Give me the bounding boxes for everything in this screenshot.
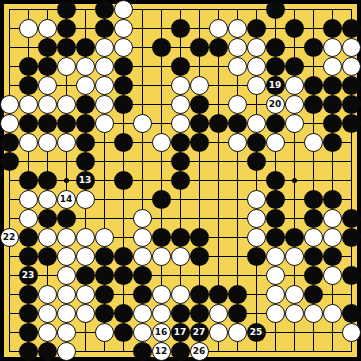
stone[interactable] (57, 114, 76, 133)
stone[interactable] (266, 304, 285, 323)
stone[interactable] (266, 209, 285, 228)
stone[interactable] (114, 0, 133, 19)
stone[interactable] (304, 266, 323, 285)
stone[interactable] (19, 342, 38, 361)
stone[interactable] (342, 76, 361, 95)
stone[interactable] (114, 76, 133, 95)
stone[interactable] (247, 114, 266, 133)
stone[interactable] (19, 57, 38, 76)
star-point (292, 178, 297, 183)
stone[interactable] (57, 285, 76, 304)
stone[interactable] (114, 171, 133, 190)
stone[interactable] (19, 95, 38, 114)
stone[interactable] (266, 38, 285, 57)
stone[interactable] (114, 95, 133, 114)
stone[interactable] (285, 114, 304, 133)
stone[interactable] (95, 304, 114, 323)
stone[interactable] (38, 171, 57, 190)
stone[interactable] (0, 133, 19, 152)
stone[interactable] (133, 323, 152, 342)
stone[interactable] (304, 76, 323, 95)
stone[interactable] (76, 152, 95, 171)
stone[interactable] (228, 133, 247, 152)
stone[interactable] (171, 57, 190, 76)
stone[interactable] (190, 38, 209, 57)
stone[interactable] (114, 38, 133, 57)
stone[interactable] (152, 304, 171, 323)
stone[interactable] (285, 247, 304, 266)
stone[interactable] (152, 285, 171, 304)
stone[interactable] (247, 247, 266, 266)
stone[interactable] (190, 285, 209, 304)
stone[interactable] (57, 38, 76, 57)
stone[interactable] (76, 228, 95, 247)
stone[interactable] (285, 76, 304, 95)
stone[interactable] (323, 209, 342, 228)
stone[interactable] (323, 247, 342, 266)
stone[interactable] (171, 133, 190, 152)
stone[interactable] (323, 38, 342, 57)
stone[interactable] (95, 247, 114, 266)
stone[interactable] (114, 57, 133, 76)
stone[interactable] (342, 209, 361, 228)
stone[interactable] (152, 190, 171, 209)
stone[interactable] (76, 95, 95, 114)
stone[interactable] (228, 57, 247, 76)
numbered-stone-20[interactable]: 20 (266, 95, 285, 114)
stone[interactable] (76, 114, 95, 133)
stone[interactable] (19, 114, 38, 133)
stone[interactable] (114, 304, 133, 323)
stone[interactable] (133, 209, 152, 228)
stone[interactable] (38, 38, 57, 57)
stone[interactable] (266, 133, 285, 152)
stone[interactable] (152, 228, 171, 247)
stone[interactable] (57, 133, 76, 152)
numbered-stone-17[interactable]: 17 (171, 323, 190, 342)
stone[interactable] (266, 247, 285, 266)
stone[interactable] (152, 247, 171, 266)
stone[interactable] (38, 95, 57, 114)
stone[interactable] (95, 323, 114, 342)
stone[interactable] (19, 76, 38, 95)
stone[interactable] (114, 266, 133, 285)
stone[interactable] (19, 133, 38, 152)
stone[interactable] (323, 133, 342, 152)
stone[interactable] (95, 95, 114, 114)
stone[interactable] (247, 19, 266, 38)
stone[interactable] (285, 57, 304, 76)
stone[interactable] (342, 95, 361, 114)
stone[interactable] (304, 209, 323, 228)
stone[interactable] (342, 323, 361, 342)
stone[interactable] (304, 190, 323, 209)
stone[interactable] (171, 247, 190, 266)
stone[interactable] (76, 285, 95, 304)
stone[interactable] (323, 266, 342, 285)
stone[interactable] (190, 76, 209, 95)
stone[interactable] (190, 247, 209, 266)
stone[interactable] (209, 285, 228, 304)
numbered-stone-12[interactable]: 12 (152, 342, 171, 361)
stone[interactable] (228, 114, 247, 133)
stone[interactable] (95, 228, 114, 247)
stone[interactable] (133, 247, 152, 266)
stone[interactable] (285, 19, 304, 38)
stone[interactable] (114, 133, 133, 152)
stone[interactable] (304, 38, 323, 57)
stone[interactable] (38, 190, 57, 209)
stone[interactable] (19, 171, 38, 190)
stone[interactable] (247, 133, 266, 152)
numbered-stone-23[interactable]: 23 (19, 266, 38, 285)
stone[interactable] (209, 304, 228, 323)
stone[interactable] (57, 342, 76, 361)
stone[interactable] (57, 228, 76, 247)
stone[interactable] (76, 247, 95, 266)
stone[interactable] (266, 57, 285, 76)
stone[interactable] (57, 19, 76, 38)
stone[interactable] (133, 266, 152, 285)
stone[interactable] (285, 304, 304, 323)
stone[interactable] (0, 152, 19, 171)
stone[interactable] (228, 285, 247, 304)
stone[interactable] (76, 304, 95, 323)
stone[interactable] (323, 76, 342, 95)
stone[interactable] (19, 304, 38, 323)
stone[interactable] (171, 228, 190, 247)
stone[interactable] (304, 133, 323, 152)
stone[interactable] (323, 114, 342, 133)
stone[interactable] (114, 247, 133, 266)
stone[interactable] (76, 38, 95, 57)
stone[interactable] (285, 228, 304, 247)
numbered-stone-22[interactable]: 22 (0, 228, 19, 247)
stone[interactable] (57, 323, 76, 342)
stone[interactable] (152, 38, 171, 57)
stone[interactable] (19, 285, 38, 304)
stone[interactable] (133, 342, 152, 361)
stone[interactable] (38, 57, 57, 76)
stone[interactable] (57, 247, 76, 266)
stone[interactable] (342, 114, 361, 133)
stone[interactable] (0, 95, 19, 114)
stone[interactable] (323, 95, 342, 114)
stone[interactable] (266, 0, 285, 19)
stone[interactable] (95, 0, 114, 19)
stone[interactable] (304, 95, 323, 114)
stone[interactable] (171, 171, 190, 190)
stone[interactable] (247, 190, 266, 209)
stone[interactable] (95, 38, 114, 57)
stone[interactable] (76, 133, 95, 152)
stone[interactable] (171, 19, 190, 38)
stone[interactable] (266, 228, 285, 247)
stone[interactable] (133, 285, 152, 304)
stone[interactable] (171, 285, 190, 304)
numbered-stone-25[interactable]: 25 (247, 323, 266, 342)
stone[interactable] (247, 152, 266, 171)
numbered-stone-19[interactable]: 19 (266, 76, 285, 95)
stone[interactable] (114, 19, 133, 38)
stone[interactable] (76, 57, 95, 76)
stone[interactable] (342, 266, 361, 285)
stone[interactable] (171, 76, 190, 95)
stone[interactable] (209, 323, 228, 342)
stone[interactable] (133, 228, 152, 247)
stone[interactable] (342, 38, 361, 57)
stone[interactable] (190, 133, 209, 152)
stone[interactable] (247, 228, 266, 247)
stone[interactable] (266, 114, 285, 133)
numbered-stone-14[interactable]: 14 (57, 190, 76, 209)
stone[interactable] (228, 19, 247, 38)
stone[interactable] (133, 304, 152, 323)
stone[interactable] (342, 228, 361, 247)
numbered-stone-13[interactable]: 13 (76, 171, 95, 190)
stone[interactable] (266, 190, 285, 209)
stone[interactable] (323, 57, 342, 76)
stone[interactable] (19, 209, 38, 228)
stone[interactable] (228, 304, 247, 323)
stone[interactable] (57, 209, 76, 228)
stone[interactable] (323, 19, 342, 38)
stone[interactable] (171, 114, 190, 133)
stone[interactable] (38, 133, 57, 152)
stone[interactable] (38, 76, 57, 95)
stone[interactable] (209, 114, 228, 133)
stone[interactable] (57, 95, 76, 114)
stone[interactable] (342, 304, 361, 323)
stone[interactable] (76, 76, 95, 95)
stone[interactable] (76, 190, 95, 209)
stone[interactable] (190, 95, 209, 114)
stone[interactable] (304, 285, 323, 304)
stone[interactable] (171, 152, 190, 171)
stone[interactable] (247, 57, 266, 76)
stone[interactable] (171, 342, 190, 361)
stone[interactable] (19, 323, 38, 342)
stone[interactable] (38, 228, 57, 247)
stone[interactable] (95, 19, 114, 38)
stone[interactable] (209, 19, 228, 38)
stone[interactable] (57, 304, 76, 323)
stone[interactable] (95, 76, 114, 95)
numbered-stone-26[interactable]: 26 (190, 342, 209, 361)
stone[interactable] (57, 0, 76, 19)
numbered-stone-16[interactable]: 16 (152, 323, 171, 342)
star-point (64, 178, 69, 183)
stone[interactable] (95, 266, 114, 285)
stone[interactable] (38, 19, 57, 38)
stone[interactable] (304, 304, 323, 323)
stone[interactable] (38, 247, 57, 266)
stone[interactable] (171, 95, 190, 114)
stone[interactable] (57, 57, 76, 76)
stone[interactable] (38, 285, 57, 304)
stone[interactable] (95, 114, 114, 133)
stone[interactable] (38, 209, 57, 228)
stone[interactable] (114, 323, 133, 342)
stone[interactable] (38, 304, 57, 323)
stone[interactable] (323, 228, 342, 247)
stone[interactable] (38, 342, 57, 361)
stone[interactable] (95, 57, 114, 76)
stone[interactable] (247, 209, 266, 228)
stone[interactable] (304, 228, 323, 247)
stone[interactable] (209, 38, 228, 57)
stone[interactable] (76, 266, 95, 285)
stone[interactable] (171, 304, 190, 323)
stone[interactable] (266, 171, 285, 190)
stone[interactable] (285, 285, 304, 304)
stone[interactable] (38, 114, 57, 133)
stone[interactable] (342, 57, 361, 76)
stone[interactable] (247, 76, 266, 95)
stone[interactable] (19, 190, 38, 209)
stone[interactable] (190, 228, 209, 247)
stone[interactable] (228, 95, 247, 114)
stone[interactable] (323, 304, 342, 323)
stone[interactable] (152, 133, 171, 152)
stone[interactable] (266, 285, 285, 304)
stone[interactable] (57, 266, 76, 285)
stone[interactable] (285, 95, 304, 114)
numbered-stone-27[interactable]: 27 (190, 323, 209, 342)
stone[interactable] (247, 38, 266, 57)
stone[interactable] (19, 247, 38, 266)
stone[interactable] (304, 247, 323, 266)
stone[interactable] (228, 38, 247, 57)
stone[interactable] (38, 323, 57, 342)
stone[interactable] (0, 114, 19, 133)
stone[interactable] (323, 190, 342, 209)
stone[interactable] (95, 285, 114, 304)
stone[interactable] (19, 19, 38, 38)
stone[interactable] (266, 266, 285, 285)
stone[interactable] (190, 304, 209, 323)
stone[interactable] (19, 228, 38, 247)
stone[interactable] (342, 19, 361, 38)
stone[interactable] (228, 323, 247, 342)
stone[interactable] (190, 114, 209, 133)
go-board[interactable]: 192013142223161727251226 (0, 0, 361, 361)
stone[interactable] (133, 114, 152, 133)
